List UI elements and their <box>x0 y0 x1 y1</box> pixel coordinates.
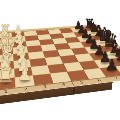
piece-black-pawn[interactable]: ♟ <box>103 57 120 73</box>
piece-anchor: ♜ <box>0 82 15 84</box>
piece-anchor: ♟ <box>103 71 119 73</box>
chess-board: ♜♟♟♜♞♟♟♞♝♟♟♝♚♟♟♚♛♟♟♛♝♟♟♝♞♟♟♞♜♟♟♜ 1234567… <box>0 24 120 97</box>
piece-white-rook[interactable]: ♜ <box>0 65 15 84</box>
piece-white-pawn[interactable]: ♟ <box>15 66 34 83</box>
piece-anchor: ♟ <box>15 80 34 82</box>
fold-seam-side <box>73 86 75 94</box>
scene: ♜♟♟♜♞♟♟♞♝♟♟♝♚♟♟♚♛♟♟♛♝♟♟♝♞♟♟♞♜♟♟♜ 1234567… <box>0 0 120 120</box>
